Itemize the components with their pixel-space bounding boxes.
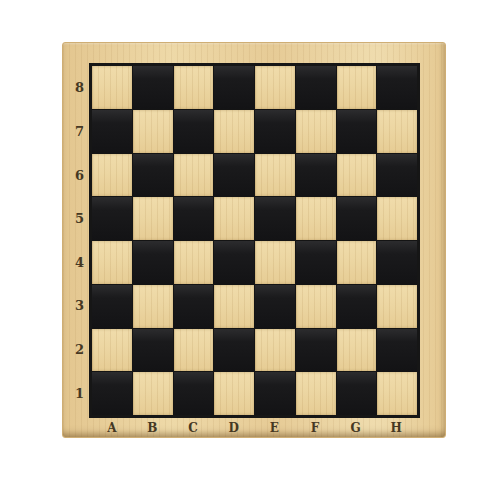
square-a3[interactable] <box>92 285 132 328</box>
square-f3[interactable] <box>296 285 336 328</box>
rank-label-6: 6 <box>70 153 89 197</box>
square-a4[interactable] <box>92 241 132 284</box>
square-g5[interactable] <box>337 197 377 240</box>
square-e6[interactable] <box>255 154 295 197</box>
square-g3[interactable] <box>337 285 377 328</box>
square-d6[interactable] <box>214 154 254 197</box>
square-h8[interactable] <box>377 66 417 109</box>
square-a2[interactable] <box>92 329 132 372</box>
square-b6[interactable] <box>133 154 173 197</box>
product-photo-canvas: 87654321 ABCDEFGH <box>0 0 500 500</box>
board-grid <box>89 63 420 418</box>
file-label-d: D <box>214 418 255 438</box>
square-e2[interactable] <box>255 329 295 372</box>
square-c1[interactable] <box>174 372 214 415</box>
square-a7[interactable] <box>92 110 132 153</box>
rank-label-1: 1 <box>70 371 89 415</box>
square-h4[interactable] <box>377 241 417 284</box>
square-d3[interactable] <box>214 285 254 328</box>
file-label-c: C <box>173 418 214 438</box>
square-d7[interactable] <box>214 110 254 153</box>
file-label-h: H <box>376 418 417 438</box>
square-b8[interactable] <box>133 66 173 109</box>
square-f1[interactable] <box>296 372 336 415</box>
file-label-e: E <box>255 418 296 438</box>
square-f5[interactable] <box>296 197 336 240</box>
square-g4[interactable] <box>337 241 377 284</box>
square-h3[interactable] <box>377 285 417 328</box>
square-h1[interactable] <box>377 372 417 415</box>
rank-label-2: 2 <box>70 328 89 372</box>
square-g2[interactable] <box>337 329 377 372</box>
square-f2[interactable] <box>296 329 336 372</box>
square-e8[interactable] <box>255 66 295 109</box>
file-label-a: A <box>92 418 133 438</box>
square-g7[interactable] <box>337 110 377 153</box>
square-a1[interactable] <box>92 372 132 415</box>
square-g8[interactable] <box>337 66 377 109</box>
file-label-f: F <box>295 418 336 438</box>
square-d8[interactable] <box>214 66 254 109</box>
square-a6[interactable] <box>92 154 132 197</box>
square-c5[interactable] <box>174 197 214 240</box>
square-b7[interactable] <box>133 110 173 153</box>
rank-label-4: 4 <box>70 241 89 285</box>
square-e3[interactable] <box>255 285 295 328</box>
square-d4[interactable] <box>214 241 254 284</box>
square-b2[interactable] <box>133 329 173 372</box>
square-h2[interactable] <box>377 329 417 372</box>
square-a5[interactable] <box>92 197 132 240</box>
square-c3[interactable] <box>174 285 214 328</box>
square-c4[interactable] <box>174 241 214 284</box>
square-c8[interactable] <box>174 66 214 109</box>
square-f7[interactable] <box>296 110 336 153</box>
square-g1[interactable] <box>337 372 377 415</box>
file-label-g: G <box>336 418 377 438</box>
square-g6[interactable] <box>337 154 377 197</box>
chess-board: 87654321 ABCDEFGH <box>62 42 446 438</box>
square-h5[interactable] <box>377 197 417 240</box>
square-b3[interactable] <box>133 285 173 328</box>
square-c7[interactable] <box>174 110 214 153</box>
square-f6[interactable] <box>296 154 336 197</box>
square-e5[interactable] <box>255 197 295 240</box>
square-e7[interactable] <box>255 110 295 153</box>
square-f8[interactable] <box>296 66 336 109</box>
square-e4[interactable] <box>255 241 295 284</box>
square-d1[interactable] <box>214 372 254 415</box>
rank-labels: 87654321 <box>63 66 89 415</box>
rank-label-7: 7 <box>70 110 89 154</box>
file-labels: ABCDEFGH <box>92 418 417 438</box>
square-e1[interactable] <box>255 372 295 415</box>
rank-label-8: 8 <box>70 66 89 110</box>
square-d5[interactable] <box>214 197 254 240</box>
square-h6[interactable] <box>377 154 417 197</box>
square-c6[interactable] <box>174 154 214 197</box>
square-h7[interactable] <box>377 110 417 153</box>
square-a8[interactable] <box>92 66 132 109</box>
square-c2[interactable] <box>174 329 214 372</box>
square-b1[interactable] <box>133 372 173 415</box>
square-d2[interactable] <box>214 329 254 372</box>
rank-label-3: 3 <box>70 284 89 328</box>
square-b4[interactable] <box>133 241 173 284</box>
square-b5[interactable] <box>133 197 173 240</box>
square-f4[interactable] <box>296 241 336 284</box>
rank-label-5: 5 <box>70 197 89 241</box>
file-label-b: B <box>133 418 174 438</box>
